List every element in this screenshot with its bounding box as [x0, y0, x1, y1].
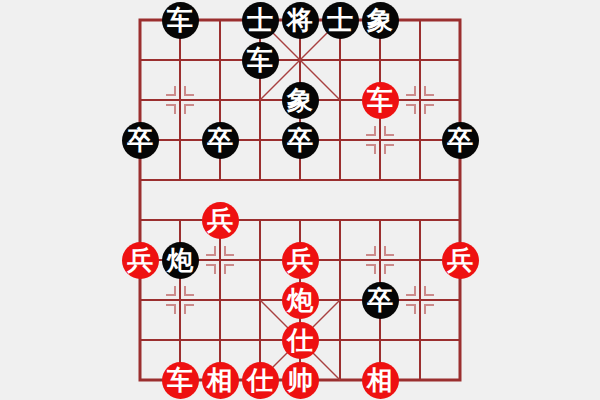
piece-red-elephant[interactable]: 相 [202, 362, 239, 399]
piece-black-chariot[interactable]: 车 [162, 2, 199, 39]
piece-red-soldier[interactable]: 兵 [282, 242, 319, 279]
piece-black-advisor[interactable]: 士 [242, 2, 279, 39]
pieces-layer[interactable]: 车士将士象车象车卒卒卒卒兵兵炮兵兵炮卒仕车相仕帅相 [120, 0, 480, 400]
piece-red-chariot[interactable]: 车 [362, 82, 399, 119]
piece-black-chariot[interactable]: 车 [242, 42, 279, 79]
piece-black-advisor[interactable]: 士 [322, 2, 359, 39]
piece-red-elephant[interactable]: 相 [362, 362, 399, 399]
piece-red-soldier[interactable]: 兵 [202, 202, 239, 239]
piece-red-general[interactable]: 帅 [282, 362, 319, 399]
piece-red-chariot[interactable]: 车 [162, 362, 199, 399]
piece-black-soldier[interactable]: 卒 [122, 122, 159, 159]
piece-black-general[interactable]: 将 [282, 2, 319, 39]
piece-red-soldier[interactable]: 兵 [122, 242, 159, 279]
piece-black-cannon[interactable]: 炮 [162, 242, 199, 279]
piece-black-soldier[interactable]: 卒 [362, 282, 399, 319]
piece-black-elephant[interactable]: 象 [362, 2, 399, 39]
piece-black-soldier[interactable]: 卒 [202, 122, 239, 159]
piece-black-soldier[interactable]: 卒 [442, 122, 479, 159]
piece-black-soldier[interactable]: 卒 [282, 122, 319, 159]
piece-red-advisor[interactable]: 仕 [282, 322, 319, 359]
piece-black-elephant[interactable]: 象 [282, 82, 319, 119]
xiangqi-board: 车士将士象车象车卒卒卒卒兵兵炮兵兵炮卒仕车相仕帅相 [0, 0, 600, 400]
piece-red-advisor[interactable]: 仕 [242, 362, 279, 399]
piece-red-cannon[interactable]: 炮 [282, 282, 319, 319]
piece-red-soldier[interactable]: 兵 [442, 242, 479, 279]
